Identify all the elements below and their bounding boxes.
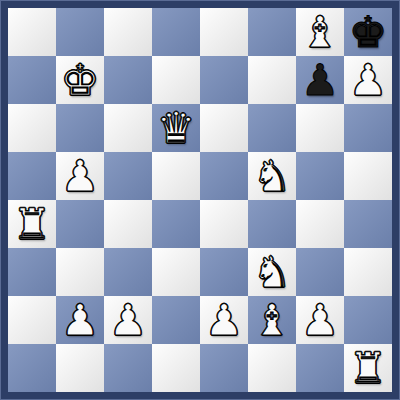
white-pawn[interactable]: ♟ (61, 152, 100, 200)
square-a7[interactable] (8, 56, 56, 104)
square-g5[interactable] (296, 152, 344, 200)
square-g6[interactable] (296, 104, 344, 152)
square-d5[interactable] (152, 152, 200, 200)
square-h1[interactable]: ♜ (344, 344, 392, 392)
square-e5[interactable] (200, 152, 248, 200)
square-a1[interactable] (8, 344, 56, 392)
square-h4[interactable] (344, 200, 392, 248)
square-c4[interactable] (104, 200, 152, 248)
square-c2[interactable]: ♟ (104, 296, 152, 344)
white-pawn[interactable]: ♟ (349, 56, 388, 104)
square-a8[interactable] (8, 8, 56, 56)
square-e6[interactable] (200, 104, 248, 152)
square-a5[interactable] (8, 152, 56, 200)
square-f6[interactable] (248, 104, 296, 152)
square-a2[interactable] (8, 296, 56, 344)
square-f7[interactable] (248, 56, 296, 104)
square-e8[interactable] (200, 8, 248, 56)
square-b1[interactable] (56, 344, 104, 392)
square-f5[interactable]: ♞ (248, 152, 296, 200)
square-c7[interactable] (104, 56, 152, 104)
square-h2[interactable] (344, 296, 392, 344)
square-b5[interactable]: ♟ (56, 152, 104, 200)
square-h7[interactable]: ♟ (344, 56, 392, 104)
square-d1[interactable] (152, 344, 200, 392)
square-d3[interactable] (152, 248, 200, 296)
square-b4[interactable] (56, 200, 104, 248)
square-f2[interactable]: ♝ (248, 296, 296, 344)
square-c1[interactable] (104, 344, 152, 392)
white-rook[interactable]: ♜ (349, 344, 388, 392)
white-queen[interactable]: ♛ (157, 104, 196, 152)
square-e7[interactable] (200, 56, 248, 104)
white-bishop[interactable]: ♝ (253, 296, 292, 344)
square-b2[interactable]: ♟ (56, 296, 104, 344)
white-knight[interactable]: ♞ (253, 248, 292, 296)
square-h5[interactable] (344, 152, 392, 200)
chess-board: ♝♚♚♟♟♛♟♞♜♞♟♟♟♝♟♜ (8, 8, 392, 392)
square-g8[interactable]: ♝ (296, 8, 344, 56)
square-d2[interactable] (152, 296, 200, 344)
square-d7[interactable] (152, 56, 200, 104)
white-knight[interactable]: ♞ (253, 152, 292, 200)
square-f1[interactable] (248, 344, 296, 392)
square-g7[interactable]: ♟ (296, 56, 344, 104)
black-pawn[interactable]: ♟ (301, 56, 340, 104)
square-c8[interactable] (104, 8, 152, 56)
white-pawn[interactable]: ♟ (301, 296, 340, 344)
square-c5[interactable] (104, 152, 152, 200)
square-f3[interactable]: ♞ (248, 248, 296, 296)
square-c6[interactable] (104, 104, 152, 152)
square-f4[interactable] (248, 200, 296, 248)
square-d4[interactable] (152, 200, 200, 248)
black-king[interactable]: ♚ (349, 8, 388, 56)
square-b7[interactable]: ♚ (56, 56, 104, 104)
square-g4[interactable] (296, 200, 344, 248)
square-e1[interactable] (200, 344, 248, 392)
square-c3[interactable] (104, 248, 152, 296)
square-a4[interactable]: ♜ (8, 200, 56, 248)
square-b8[interactable] (56, 8, 104, 56)
square-e4[interactable] (200, 200, 248, 248)
square-a3[interactable] (8, 248, 56, 296)
chess-board-frame: ♝♚♚♟♟♛♟♞♜♞♟♟♟♝♟♜ (0, 0, 400, 400)
square-d6[interactable]: ♛ (152, 104, 200, 152)
white-pawn[interactable]: ♟ (61, 296, 100, 344)
square-h3[interactable] (344, 248, 392, 296)
square-b3[interactable] (56, 248, 104, 296)
white-bishop[interactable]: ♝ (301, 8, 340, 56)
white-pawn[interactable]: ♟ (205, 296, 244, 344)
square-a6[interactable] (8, 104, 56, 152)
square-g2[interactable]: ♟ (296, 296, 344, 344)
square-d8[interactable] (152, 8, 200, 56)
white-rook[interactable]: ♜ (13, 200, 52, 248)
square-e3[interactable] (200, 248, 248, 296)
square-b6[interactable] (56, 104, 104, 152)
square-h6[interactable] (344, 104, 392, 152)
square-h8[interactable]: ♚ (344, 8, 392, 56)
square-g3[interactable] (296, 248, 344, 296)
white-pawn[interactable]: ♟ (109, 296, 148, 344)
square-g1[interactable] (296, 344, 344, 392)
square-e2[interactable]: ♟ (200, 296, 248, 344)
square-f8[interactable] (248, 8, 296, 56)
white-king[interactable]: ♚ (61, 56, 100, 104)
